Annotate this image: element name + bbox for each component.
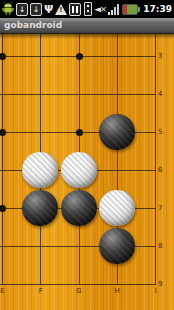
android-status-bar[interactable]: 17:39 (0, 0, 174, 18)
col-label-G: G (75, 287, 84, 295)
stone-white-F6[interactable] (22, 152, 58, 188)
mute-speaker-icon (94, 3, 106, 15)
warning-icon (55, 4, 67, 15)
star-point-G3 (76, 53, 83, 60)
star-point-G5 (76, 129, 83, 136)
app-title-bar: gobandroid (0, 18, 174, 34)
row-label-8: 8 (158, 242, 162, 250)
pause-icon (69, 3, 81, 16)
download-icon-1 (16, 3, 28, 16)
notification-icons (2, 0, 81, 19)
stone-black-H8[interactable] (99, 228, 135, 264)
star-point-E5 (0, 129, 6, 136)
col-label-I: I (151, 287, 160, 295)
grid-line-col-E (2, 34, 3, 285)
grid-line-row-4 (0, 94, 156, 95)
star-point-E7 (0, 205, 6, 212)
system-status-icons: 17:39 (84, 0, 172, 18)
clock: 17:39 (143, 0, 172, 18)
android-robot-icon (2, 0, 14, 19)
app-title: gobandroid (4, 20, 62, 30)
go-board[interactable]: EFGHI3456789 (0, 34, 174, 310)
stone-white-H7[interactable] (99, 190, 135, 226)
download-icon-2 (30, 3, 42, 16)
grid-line-row-9 (0, 284, 156, 285)
signal-strength-icon (108, 4, 120, 15)
col-label-E: E (0, 287, 7, 295)
stone-black-H5[interactable] (99, 114, 135, 150)
row-label-9: 9 (158, 280, 162, 288)
grid-line-col-I (155, 34, 156, 285)
row-label-3: 3 (158, 52, 162, 60)
row-label-5: 5 (158, 128, 162, 136)
row-label-4: 4 (158, 90, 162, 98)
phone-screen: 17:39 gobandroid EFGHI3456789 (0, 0, 174, 310)
col-label-F: F (36, 287, 45, 295)
star-point-E3 (0, 53, 6, 60)
stone-black-F7[interactable] (22, 190, 58, 226)
col-label-H: H (113, 287, 122, 295)
row-label-6: 6 (158, 166, 162, 174)
storage-icon (84, 2, 92, 16)
usb-icon (44, 3, 53, 16)
row-label-7: 7 (158, 204, 162, 212)
stone-white-G6[interactable] (61, 152, 97, 188)
battery-icon (122, 4, 138, 15)
stone-black-G7[interactable] (61, 190, 97, 226)
